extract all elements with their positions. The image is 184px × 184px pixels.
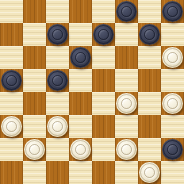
- square-c8: [46, 0, 69, 23]
- square-e1[interactable]: [92, 161, 115, 184]
- square-h3: [161, 115, 184, 138]
- square-f1: [115, 161, 138, 184]
- square-e5[interactable]: [92, 69, 115, 92]
- square-f6[interactable]: [115, 46, 138, 69]
- square-b4[interactable]: [23, 92, 46, 115]
- square-a3[interactable]: [0, 115, 23, 138]
- square-a6: [0, 46, 23, 69]
- square-a1[interactable]: [0, 161, 23, 184]
- square-g1[interactable]: [138, 161, 161, 184]
- square-g6: [138, 46, 161, 69]
- black-man-h8[interactable]: [162, 1, 183, 22]
- square-b6[interactable]: [23, 46, 46, 69]
- square-g7[interactable]: [138, 23, 161, 46]
- white-man-b2[interactable]: [24, 139, 45, 160]
- square-a7[interactable]: [0, 23, 23, 46]
- square-f2[interactable]: [115, 138, 138, 161]
- square-b5: [23, 69, 46, 92]
- square-f7: [115, 23, 138, 46]
- square-c2: [46, 138, 69, 161]
- white-man-h6[interactable]: [162, 47, 183, 68]
- white-man-h4[interactable]: [162, 93, 183, 114]
- white-man-f2[interactable]: [116, 139, 137, 160]
- square-e6: [92, 46, 115, 69]
- black-man-g7[interactable]: [139, 24, 160, 45]
- square-b8[interactable]: [23, 0, 46, 23]
- square-e2: [92, 138, 115, 161]
- square-c6: [46, 46, 69, 69]
- white-man-a3[interactable]: [1, 116, 22, 137]
- square-g3[interactable]: [138, 115, 161, 138]
- square-c5[interactable]: [46, 69, 69, 92]
- black-man-d6[interactable]: [70, 47, 91, 68]
- square-g4: [138, 92, 161, 115]
- square-h1: [161, 161, 184, 184]
- black-man-a5[interactable]: [1, 70, 22, 91]
- square-b7: [23, 23, 46, 46]
- square-d8[interactable]: [69, 0, 92, 23]
- square-c1[interactable]: [46, 161, 69, 184]
- black-man-c7[interactable]: [47, 24, 68, 45]
- square-b2[interactable]: [23, 138, 46, 161]
- white-man-d2[interactable]: [70, 139, 91, 160]
- square-h4[interactable]: [161, 92, 184, 115]
- square-h8[interactable]: [161, 0, 184, 23]
- square-c3[interactable]: [46, 115, 69, 138]
- square-d2[interactable]: [69, 138, 92, 161]
- white-man-g1[interactable]: [139, 162, 160, 183]
- square-f4[interactable]: [115, 92, 138, 115]
- square-e8: [92, 0, 115, 23]
- square-d3: [69, 115, 92, 138]
- square-d1: [69, 161, 92, 184]
- square-g2: [138, 138, 161, 161]
- square-h6[interactable]: [161, 46, 184, 69]
- square-b1: [23, 161, 46, 184]
- white-man-f4[interactable]: [116, 93, 137, 114]
- black-man-e7[interactable]: [93, 24, 114, 45]
- white-man-c3[interactable]: [47, 116, 68, 137]
- square-g5[interactable]: [138, 69, 161, 92]
- square-e7[interactable]: [92, 23, 115, 46]
- black-man-f8[interactable]: [116, 1, 137, 22]
- square-d5: [69, 69, 92, 92]
- square-h2[interactable]: [161, 138, 184, 161]
- square-a5[interactable]: [0, 69, 23, 92]
- square-a4: [0, 92, 23, 115]
- square-f3: [115, 115, 138, 138]
- square-d6[interactable]: [69, 46, 92, 69]
- square-h7: [161, 23, 184, 46]
- square-a2: [0, 138, 23, 161]
- square-h5: [161, 69, 184, 92]
- square-b3: [23, 115, 46, 138]
- black-man-h2[interactable]: [162, 139, 183, 160]
- square-f5: [115, 69, 138, 92]
- square-c7[interactable]: [46, 23, 69, 46]
- square-e3[interactable]: [92, 115, 115, 138]
- square-e4: [92, 92, 115, 115]
- square-d4[interactable]: [69, 92, 92, 115]
- square-f8[interactable]: [115, 0, 138, 23]
- checkers-board: [0, 0, 184, 184]
- square-c4: [46, 92, 69, 115]
- black-man-c5[interactable]: [47, 70, 68, 91]
- square-d7: [69, 23, 92, 46]
- square-g8: [138, 0, 161, 23]
- square-a8: [0, 0, 23, 23]
